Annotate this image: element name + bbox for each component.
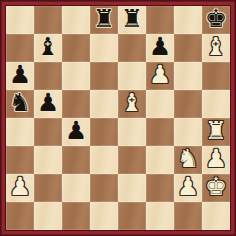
square-a7[interactable] [6, 34, 34, 62]
square-e2[interactable] [118, 174, 146, 202]
square-f8[interactable] [146, 6, 174, 34]
square-h2[interactable]: ♚ [202, 174, 230, 202]
square-c3[interactable] [62, 146, 90, 174]
square-c1[interactable] [62, 202, 90, 230]
square-h3[interactable]: ♟ [202, 146, 230, 174]
square-d6[interactable] [90, 62, 118, 90]
square-b4[interactable] [34, 118, 62, 146]
square-h4[interactable]: ♜ [202, 118, 230, 146]
square-g4[interactable] [174, 118, 202, 146]
square-h6[interactable] [202, 62, 230, 90]
piece-black-bishop[interactable]: ♝ [37, 34, 59, 61]
square-b7[interactable]: ♝ [34, 34, 62, 62]
square-g2[interactable]: ♟ [174, 174, 202, 202]
piece-black-pawn[interactable]: ♟ [37, 90, 59, 117]
square-b3[interactable] [34, 146, 62, 174]
square-a6[interactable]: ♟ [6, 62, 34, 90]
piece-white-bishop[interactable]: ♝ [121, 90, 143, 117]
square-d5[interactable] [90, 90, 118, 118]
square-f5[interactable] [146, 90, 174, 118]
square-d7[interactable] [90, 34, 118, 62]
chessboard: ♜♜♚♝♟♝♟♟♞♟♝♟♜♞♟♟♟♚ [5, 5, 231, 231]
piece-black-rook[interactable]: ♜ [121, 6, 143, 33]
square-c8[interactable] [62, 6, 90, 34]
piece-white-pawn[interactable]: ♟ [205, 146, 227, 173]
square-h8[interactable]: ♚ [202, 6, 230, 34]
square-c7[interactable] [62, 34, 90, 62]
square-b2[interactable] [34, 174, 62, 202]
square-f4[interactable] [146, 118, 174, 146]
square-b8[interactable] [34, 6, 62, 34]
piece-black-rook[interactable]: ♜ [93, 6, 115, 33]
square-g6[interactable] [174, 62, 202, 90]
square-g3[interactable]: ♞ [174, 146, 202, 174]
piece-white-pawn[interactable]: ♟ [149, 62, 171, 89]
square-e1[interactable] [118, 202, 146, 230]
square-f2[interactable] [146, 174, 174, 202]
square-e5[interactable]: ♝ [118, 90, 146, 118]
piece-black-knight[interactable]: ♞ [9, 90, 31, 117]
piece-white-king[interactable]: ♚ [205, 174, 227, 201]
piece-white-pawn[interactable]: ♟ [177, 174, 199, 201]
square-f3[interactable] [146, 146, 174, 174]
piece-white-rook[interactable]: ♜ [205, 118, 227, 145]
square-a2[interactable]: ♟ [6, 174, 34, 202]
square-b6[interactable] [34, 62, 62, 90]
square-a3[interactable] [6, 146, 34, 174]
square-h5[interactable] [202, 90, 230, 118]
square-f6[interactable]: ♟ [146, 62, 174, 90]
square-f7[interactable]: ♟ [146, 34, 174, 62]
square-e4[interactable] [118, 118, 146, 146]
piece-black-king[interactable]: ♚ [205, 6, 227, 33]
square-h7[interactable]: ♝ [202, 34, 230, 62]
piece-white-pawn[interactable]: ♟ [9, 174, 31, 201]
square-f1[interactable] [146, 202, 174, 230]
square-c2[interactable] [62, 174, 90, 202]
square-d3[interactable] [90, 146, 118, 174]
piece-white-bishop[interactable]: ♝ [205, 34, 227, 61]
square-e8[interactable]: ♜ [118, 6, 146, 34]
square-g8[interactable] [174, 6, 202, 34]
square-e7[interactable] [118, 34, 146, 62]
square-a4[interactable] [6, 118, 34, 146]
square-g7[interactable] [174, 34, 202, 62]
piece-black-pawn[interactable]: ♟ [9, 62, 31, 89]
square-e3[interactable] [118, 146, 146, 174]
square-a5[interactable]: ♞ [6, 90, 34, 118]
chessboard-frame: ♜♜♚♝♟♝♟♟♞♟♝♟♜♞♟♟♟♚ [0, 0, 236, 236]
square-c5[interactable] [62, 90, 90, 118]
square-d4[interactable] [90, 118, 118, 146]
square-h1[interactable] [202, 202, 230, 230]
piece-black-pawn[interactable]: ♟ [149, 34, 171, 61]
square-e6[interactable] [118, 62, 146, 90]
square-d1[interactable] [90, 202, 118, 230]
square-c6[interactable] [62, 62, 90, 90]
square-d8[interactable]: ♜ [90, 6, 118, 34]
square-b1[interactable] [34, 202, 62, 230]
square-g1[interactable] [174, 202, 202, 230]
square-c4[interactable]: ♟ [62, 118, 90, 146]
piece-black-pawn[interactable]: ♟ [65, 118, 87, 145]
square-a8[interactable] [6, 6, 34, 34]
square-g5[interactable] [174, 90, 202, 118]
square-d2[interactable] [90, 174, 118, 202]
piece-white-knight[interactable]: ♞ [177, 146, 199, 173]
square-a1[interactable] [6, 202, 34, 230]
square-b5[interactable]: ♟ [34, 90, 62, 118]
